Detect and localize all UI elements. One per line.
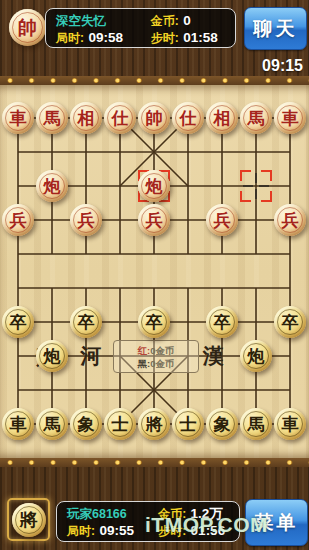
piece-black-cannon[interactable]: 炮 xyxy=(36,340,68,372)
piece-red-cannon[interactable]: 炮 xyxy=(36,170,68,202)
chat-button[interactable]: 聊天 xyxy=(244,7,307,50)
piece-red-advisor[interactable]: 仕 xyxy=(104,102,136,134)
piece-red-elephant[interactable]: 相 xyxy=(70,102,102,134)
piece-black-soldier[interactable]: 卒 xyxy=(138,306,170,338)
piece-red-rook[interactable]: 車 xyxy=(2,102,34,134)
xiangqi-board[interactable]: 楚 河 漢 界 红:0金币 黑:0金币 車馬相仕帥仕相馬車炮炮兵兵兵兵兵卒卒卒卒… xyxy=(0,85,309,458)
piece-red-soldier[interactable]: 兵 xyxy=(138,204,170,236)
piece-red-soldier[interactable]: 兵 xyxy=(206,204,238,236)
piece-black-rook[interactable]: 車 xyxy=(274,408,306,440)
piece-red-general[interactable]: 帥 xyxy=(138,102,170,134)
bottom-stud-bar xyxy=(0,458,309,467)
bottom-player-turn-highlight: 將 xyxy=(7,498,50,541)
pieces-layer: 車馬相仕帥仕相馬車炮炮兵兵兵兵兵卒卒卒卒卒炮炮車馬象士將士象馬車 xyxy=(1,101,307,441)
piece-red-horse[interactable]: 馬 xyxy=(36,102,68,134)
piece-red-soldier[interactable]: 兵 xyxy=(70,204,102,236)
piece-red-soldier[interactable]: 兵 xyxy=(2,204,34,236)
piece-red-elephant[interactable]: 相 xyxy=(206,102,238,134)
last-move-from-marker xyxy=(239,169,273,203)
piece-red-advisor[interactable]: 仕 xyxy=(172,102,204,134)
piece-black-elephant[interactable]: 象 xyxy=(206,408,238,440)
xiangqi-app-screen: 帥 深空失忆 金币: 0 局时: 09:58 步时: 01:58 聊天 09:1… xyxy=(0,0,309,550)
piece-black-soldier[interactable]: 卒 xyxy=(70,306,102,338)
piece-red-soldier[interactable]: 兵 xyxy=(274,204,306,236)
piece-black-cannon[interactable]: 炮 xyxy=(240,340,272,372)
black-general-icon: 將 xyxy=(12,503,46,537)
piece-black-horse[interactable]: 馬 xyxy=(36,408,68,440)
top-player-game-time: 局时: 09:58 xyxy=(56,29,151,46)
piece-red-cannon[interactable]: 炮 xyxy=(138,170,170,202)
red-general-icon: 帥 xyxy=(9,9,46,46)
piece-red-rook[interactable]: 車 xyxy=(274,102,306,134)
top-player-side-indicator: 帥 xyxy=(9,9,46,46)
top-player-panel: 深空失忆 金币: 0 局时: 09:58 步时: 01:58 xyxy=(45,8,236,48)
top-player-coins: 金币: 0 xyxy=(151,12,235,29)
piece-black-rook[interactable]: 車 xyxy=(2,408,34,440)
piece-black-soldier[interactable]: 卒 xyxy=(2,306,34,338)
piece-black-advisor[interactable]: 士 xyxy=(104,408,136,440)
piece-red-horse[interactable]: 馬 xyxy=(240,102,272,134)
top-stud-bar xyxy=(0,76,309,85)
piece-black-general[interactable]: 將 xyxy=(138,408,170,440)
top-player-move-time: 步时: 01:58 xyxy=(151,29,235,46)
top-player-name: 深空失忆 xyxy=(56,12,151,29)
round-timer: 09:15 xyxy=(262,57,303,75)
piece-black-soldier[interactable]: 卒 xyxy=(206,306,238,338)
piece-black-advisor[interactable]: 士 xyxy=(172,408,204,440)
site-watermark: iTMOP.COM xyxy=(145,513,268,537)
piece-black-horse[interactable]: 馬 xyxy=(240,408,272,440)
piece-black-soldier[interactable]: 卒 xyxy=(274,306,306,338)
piece-black-elephant[interactable]: 象 xyxy=(70,408,102,440)
